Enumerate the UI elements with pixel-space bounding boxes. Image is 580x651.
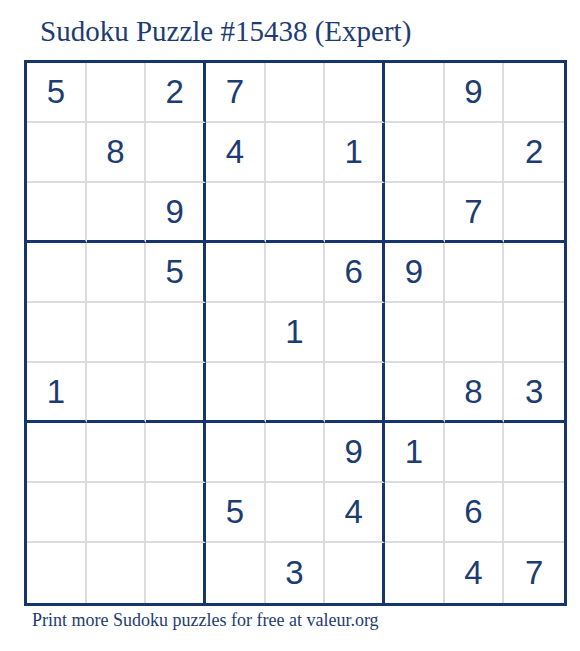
sudoku-cell-r1c5[interactable] (266, 63, 326, 123)
sudoku-cell-r3c6[interactable] (325, 183, 385, 243)
sudoku-cell-r1c6[interactable] (325, 63, 385, 123)
sudoku-cell-r2c5[interactable] (266, 123, 326, 183)
sudoku-cell-r4c9[interactable] (504, 243, 564, 303)
sudoku-cell-r7c5[interactable] (266, 423, 326, 483)
sudoku-cell-r5c7[interactable] (385, 303, 445, 363)
sudoku-cell-r5c8[interactable] (445, 303, 505, 363)
sudoku-cell-r6c6[interactable] (325, 363, 385, 423)
sudoku-cell-r4c3[interactable]: 5 (146, 243, 206, 303)
sudoku-cell-r3c3[interactable]: 9 (146, 183, 206, 243)
sudoku-cell-r5c2[interactable] (87, 303, 147, 363)
sudoku-cell-r7c3[interactable] (146, 423, 206, 483)
sudoku-cell-r3c2[interactable] (87, 183, 147, 243)
sudoku-cell-r9c5[interactable]: 3 (266, 543, 326, 603)
sudoku-cell-r1c8[interactable]: 9 (445, 63, 505, 123)
sudoku-grid: 5279841297569118391546347 (24, 60, 567, 606)
sudoku-cell-r4c4[interactable] (206, 243, 266, 303)
sudoku-cell-r9c6[interactable] (325, 543, 385, 603)
sudoku-cell-r9c2[interactable] (87, 543, 147, 603)
sudoku-cell-r4c8[interactable] (445, 243, 505, 303)
sudoku-cell-r8c7[interactable] (385, 483, 445, 543)
sudoku-cell-r4c5[interactable] (266, 243, 326, 303)
sudoku-cell-r3c9[interactable] (504, 183, 564, 243)
sudoku-cell-r7c1[interactable] (27, 423, 87, 483)
sudoku-cell-r1c3[interactable]: 2 (146, 63, 206, 123)
sudoku-cell-r8c1[interactable] (27, 483, 87, 543)
sudoku-cell-r2c2[interactable]: 8 (87, 123, 147, 183)
sudoku-cell-r4c7[interactable]: 9 (385, 243, 445, 303)
sudoku-cell-r9c3[interactable] (146, 543, 206, 603)
sudoku-cell-r3c5[interactable] (266, 183, 326, 243)
sudoku-cell-r5c5[interactable]: 1 (266, 303, 326, 363)
sudoku-cell-r4c1[interactable] (27, 243, 87, 303)
page-title: Sudoku Puzzle #15438 (Expert) (40, 14, 411, 48)
sudoku-cell-r1c7[interactable] (385, 63, 445, 123)
sudoku-cell-r5c9[interactable] (504, 303, 564, 363)
sudoku-cell-r6c1[interactable]: 1 (27, 363, 87, 423)
sudoku-cell-r9c9[interactable]: 7 (504, 543, 564, 603)
sudoku-cell-r4c6[interactable]: 6 (325, 243, 385, 303)
sudoku-cell-r1c4[interactable]: 7 (206, 63, 266, 123)
sudoku-cell-r8c8[interactable]: 6 (445, 483, 505, 543)
sudoku-cell-r7c4[interactable] (206, 423, 266, 483)
sudoku-cell-r2c3[interactable] (146, 123, 206, 183)
sudoku-cell-r6c4[interactable] (206, 363, 266, 423)
sudoku-cell-r9c8[interactable]: 4 (445, 543, 505, 603)
sudoku-cell-r3c8[interactable]: 7 (445, 183, 505, 243)
sudoku-cell-r9c4[interactable] (206, 543, 266, 603)
sudoku-cell-r5c3[interactable] (146, 303, 206, 363)
sudoku-cell-r2c8[interactable] (445, 123, 505, 183)
sudoku-cell-r8c4[interactable]: 5 (206, 483, 266, 543)
sudoku-cell-r7c6[interactable]: 9 (325, 423, 385, 483)
sudoku-cell-r2c7[interactable] (385, 123, 445, 183)
sudoku-cell-r4c2[interactable] (87, 243, 147, 303)
sudoku-cell-r8c9[interactable] (504, 483, 564, 543)
sudoku-cell-r2c4[interactable]: 4 (206, 123, 266, 183)
sudoku-cell-r1c9[interactable] (504, 63, 564, 123)
sudoku-cell-r5c1[interactable] (27, 303, 87, 363)
sudoku-cell-r9c1[interactable] (27, 543, 87, 603)
sudoku-cell-r6c5[interactable] (266, 363, 326, 423)
sudoku-cell-r7c8[interactable] (445, 423, 505, 483)
sudoku-cell-r7c9[interactable] (504, 423, 564, 483)
sudoku-cell-r9c7[interactable] (385, 543, 445, 603)
sudoku-cell-r3c1[interactable] (27, 183, 87, 243)
footer-text: Print more Sudoku puzzles for free at va… (32, 610, 379, 631)
sudoku-cell-r8c3[interactable] (146, 483, 206, 543)
sudoku-cell-r2c1[interactable] (27, 123, 87, 183)
sudoku-cell-r6c8[interactable]: 8 (445, 363, 505, 423)
sudoku-cell-r7c7[interactable]: 1 (385, 423, 445, 483)
sudoku-cell-r8c2[interactable] (87, 483, 147, 543)
sudoku-cell-r3c4[interactable] (206, 183, 266, 243)
sudoku-cell-r1c2[interactable] (87, 63, 147, 123)
sudoku-cell-r5c4[interactable] (206, 303, 266, 363)
sudoku-cell-r1c1[interactable]: 5 (27, 63, 87, 123)
sudoku-cell-r6c7[interactable] (385, 363, 445, 423)
sudoku-cell-r5c6[interactable] (325, 303, 385, 363)
sudoku-cell-r8c5[interactable] (266, 483, 326, 543)
sudoku-cell-r8c6[interactable]: 4 (325, 483, 385, 543)
sudoku-cell-r6c2[interactable] (87, 363, 147, 423)
sudoku-cell-r2c9[interactable]: 2 (504, 123, 564, 183)
sudoku-cell-r6c9[interactable]: 3 (504, 363, 564, 423)
sudoku-cell-r2c6[interactable]: 1 (325, 123, 385, 183)
sudoku-cell-r6c3[interactable] (146, 363, 206, 423)
sudoku-cell-r3c7[interactable] (385, 183, 445, 243)
sudoku-cell-r7c2[interactable] (87, 423, 147, 483)
